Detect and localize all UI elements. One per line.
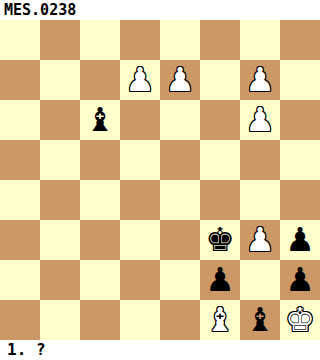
board-square-a5[interactable] (0, 140, 40, 180)
board-square-h1[interactable]: ♚ (280, 300, 320, 340)
board-square-b2[interactable] (40, 260, 80, 300)
board-square-a7[interactable] (0, 60, 40, 100)
board-square-e4[interactable] (160, 180, 200, 220)
board-square-b1[interactable] (40, 300, 80, 340)
board-square-h7[interactable] (280, 60, 320, 100)
board-square-a1[interactable] (0, 300, 40, 340)
white-pawn-g6: ♟ (245, 100, 275, 140)
board-square-b5[interactable] (40, 140, 80, 180)
board-square-d5[interactable] (120, 140, 160, 180)
board-square-b8[interactable] (40, 20, 80, 60)
board-square-f6[interactable] (200, 100, 240, 140)
white-pawn-g7: ♟ (245, 60, 275, 100)
board-square-c6[interactable]: ♝ (80, 100, 120, 140)
board-square-c7[interactable] (80, 60, 120, 100)
black-bishop-c6: ♝ (85, 100, 115, 140)
board-square-d7[interactable]: ♟ (120, 60, 160, 100)
board-square-f3[interactable]: ♚ (200, 220, 240, 260)
board-square-c4[interactable] (80, 180, 120, 220)
black-bishop-g1: ♝ (245, 300, 275, 340)
puzzle-id: MES.0238 (0, 0, 320, 20)
white-king-h1: ♚ (285, 300, 315, 340)
board-square-e7[interactable]: ♟ (160, 60, 200, 100)
board-square-h3[interactable]: ♟ (280, 220, 320, 260)
black-king-f3: ♚ (205, 220, 235, 260)
board-square-f8[interactable] (200, 20, 240, 60)
board-square-f1[interactable]: ♝ (200, 300, 240, 340)
board-square-e8[interactable] (160, 20, 200, 60)
board-square-c8[interactable] (80, 20, 120, 60)
board-square-d3[interactable] (120, 220, 160, 260)
black-pawn-h2: ♟ (285, 260, 315, 300)
board-square-g3[interactable]: ♟ (240, 220, 280, 260)
board-square-c5[interactable] (80, 140, 120, 180)
board-square-a8[interactable] (0, 20, 40, 60)
board-square-d6[interactable] (120, 100, 160, 140)
board-square-f4[interactable] (200, 180, 240, 220)
board-square-h2[interactable]: ♟ (280, 260, 320, 300)
board-square-g7[interactable]: ♟ (240, 60, 280, 100)
board-square-e5[interactable] (160, 140, 200, 180)
chess-diagram-page: MES.0238 ♟♟♟♝♟♚♟♟♟♟♝♝♚ 1. ? (0, 0, 320, 360)
board-square-d1[interactable] (120, 300, 160, 340)
white-pawn-e7: ♟ (165, 60, 195, 100)
board-square-e3[interactable] (160, 220, 200, 260)
chess-board: ♟♟♟♝♟♚♟♟♟♟♝♝♚ (0, 20, 320, 340)
board-square-e1[interactable] (160, 300, 200, 340)
board-square-c1[interactable] (80, 300, 120, 340)
board-square-a6[interactable] (0, 100, 40, 140)
move-prompt: 1. ? (0, 340, 320, 360)
board-square-g2[interactable] (240, 260, 280, 300)
board-square-b6[interactable] (40, 100, 80, 140)
black-pawn-h3: ♟ (285, 220, 315, 260)
board-square-a3[interactable] (0, 220, 40, 260)
board-square-c3[interactable] (80, 220, 120, 260)
black-pawn-f2: ♟ (205, 260, 235, 300)
board-square-e2[interactable] (160, 260, 200, 300)
board-square-g5[interactable] (240, 140, 280, 180)
board-square-g1[interactable]: ♝ (240, 300, 280, 340)
board-square-h8[interactable] (280, 20, 320, 60)
board-square-b4[interactable] (40, 180, 80, 220)
board-square-d8[interactable] (120, 20, 160, 60)
board-square-b3[interactable] (40, 220, 80, 260)
board-square-f2[interactable]: ♟ (200, 260, 240, 300)
board-square-h6[interactable] (280, 100, 320, 140)
board-square-b7[interactable] (40, 60, 80, 100)
white-pawn-g3: ♟ (245, 220, 275, 260)
board-square-g4[interactable] (240, 180, 280, 220)
board-square-a4[interactable] (0, 180, 40, 220)
board-square-g8[interactable] (240, 20, 280, 60)
board-square-g6[interactable]: ♟ (240, 100, 280, 140)
board-square-h5[interactable] (280, 140, 320, 180)
white-bishop-f1: ♝ (205, 300, 235, 340)
board-square-a2[interactable] (0, 260, 40, 300)
board-square-d2[interactable] (120, 260, 160, 300)
white-pawn-d7: ♟ (125, 60, 155, 100)
board-square-f5[interactable] (200, 140, 240, 180)
board-square-h4[interactable] (280, 180, 320, 220)
board-square-c2[interactable] (80, 260, 120, 300)
board-square-f7[interactable] (200, 60, 240, 100)
board-square-d4[interactable] (120, 180, 160, 220)
board-square-e6[interactable] (160, 100, 200, 140)
